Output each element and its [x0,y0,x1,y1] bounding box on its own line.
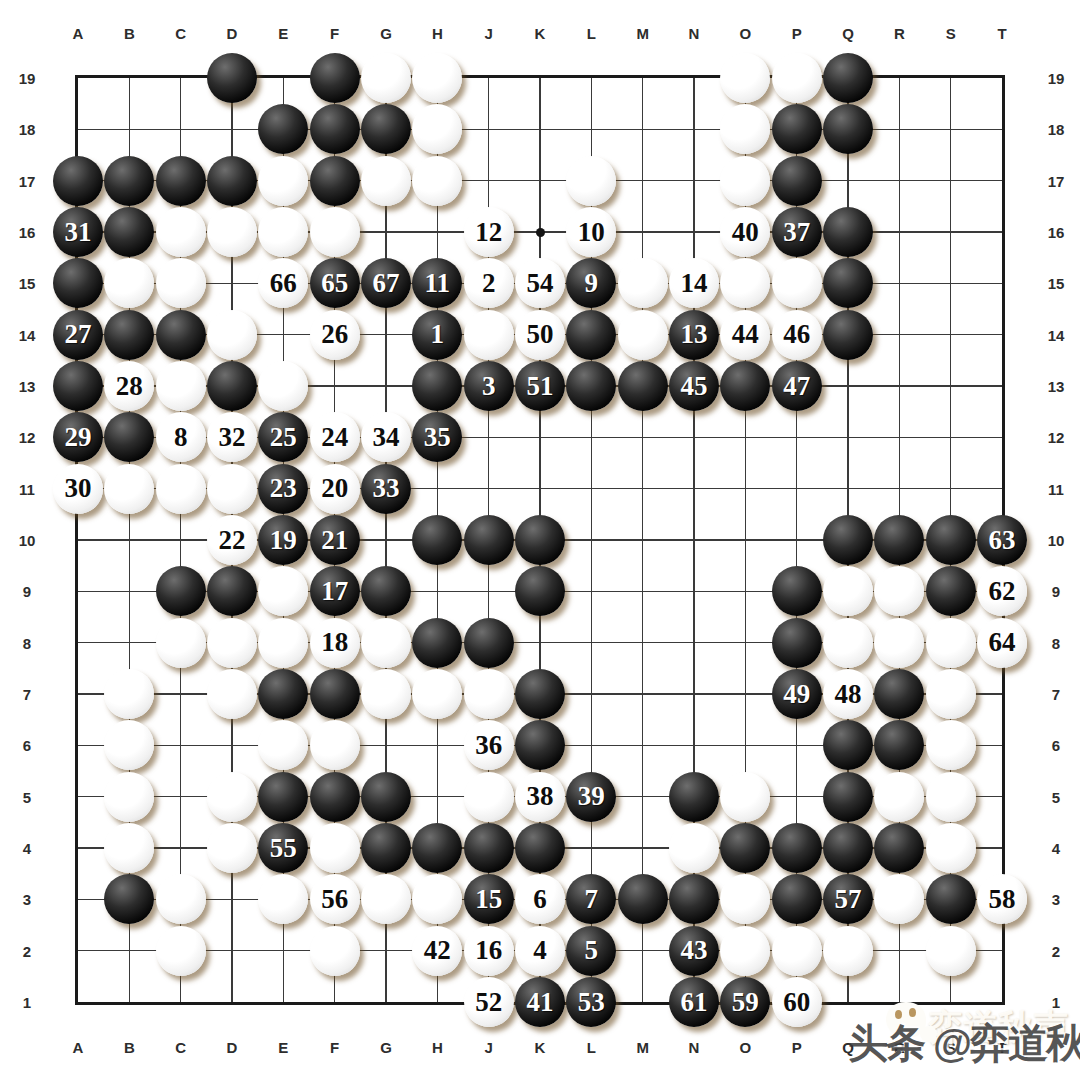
move-number: 57 [835,886,862,913]
coord-label-right-8: 8 [1052,634,1060,651]
move-number: 26 [321,321,348,348]
white-stone-B4 [104,823,154,873]
white-stone-K5: 38 [515,772,565,822]
white-stone-B13: 28 [104,361,154,411]
black-stone-C17 [156,156,206,206]
move-number: 54 [527,270,554,297]
move-number: 4 [533,937,547,964]
white-stone-D10: 22 [207,515,257,565]
black-stone-D19 [207,53,257,103]
white-stone-O19 [720,53,770,103]
white-stone-J15: 2 [464,258,514,308]
go-diagram-page: AABBCCDDEEFFGGHHJJKKLLMMNNOOPPQQRRSSTT19… [0,0,1080,1080]
coord-label-right-17: 17 [1048,172,1065,189]
coord-label-left-12: 12 [19,429,36,446]
white-stone-G12: 34 [361,412,411,462]
coord-label-bottom-N: N [689,1039,700,1056]
coord-label-bottom-B: B [124,1039,135,1056]
move-number: 39 [578,783,605,810]
move-number: 64 [989,629,1016,656]
black-stone-K1: 41 [515,977,565,1027]
white-stone-D16 [207,207,257,257]
white-stone-C11 [156,464,206,514]
white-stone-H17 [412,156,462,206]
coord-label-left-13: 13 [19,378,36,395]
black-stone-P18 [772,104,822,154]
white-stone-S5 [926,772,976,822]
move-number: 66 [270,270,297,297]
white-stone-Q9 [823,566,873,616]
white-stone-K3: 6 [515,874,565,924]
coord-label-top-K: K [535,25,546,42]
move-number: 29 [65,424,92,451]
coord-label-bottom-G: G [380,1039,392,1056]
move-number: 55 [270,835,297,862]
coord-label-left-4: 4 [23,840,31,857]
move-number: 48 [835,681,862,708]
coord-label-right-10: 10 [1048,532,1065,549]
black-stone-G15: 67 [361,258,411,308]
black-stone-C14 [156,310,206,360]
coord-label-bottom-O: O [739,1039,751,1056]
move-number: 41 [527,989,554,1016]
white-stone-S7 [926,669,976,719]
black-stone-F5 [310,772,360,822]
black-stone-K7 [515,669,565,719]
black-stone-Q15 [823,258,873,308]
move-number: 5 [585,937,599,964]
white-stone-E16 [258,207,308,257]
white-stone-E17 [258,156,308,206]
move-number: 23 [270,475,297,502]
black-stone-R4 [874,823,924,873]
white-stone-Q8 [823,618,873,668]
black-stone-K10 [515,515,565,565]
black-stone-J4 [464,823,514,873]
coord-label-right-7: 7 [1052,686,1060,703]
black-stone-Q4 [823,823,873,873]
move-number: 12 [475,219,502,246]
coord-label-top-H: H [432,25,443,42]
black-stone-T10: 63 [977,515,1027,565]
black-stone-E4: 55 [258,823,308,873]
black-stone-N13: 45 [669,361,719,411]
white-stone-J14 [464,310,514,360]
move-number: 63 [989,527,1016,554]
black-stone-F19 [310,53,360,103]
black-stone-K4 [515,823,565,873]
black-stone-F17 [310,156,360,206]
black-stone-O4 [720,823,770,873]
coord-label-top-J: J [484,25,492,42]
white-stone-S8 [926,618,976,668]
coord-label-top-T: T [997,25,1006,42]
white-stone-E13 [258,361,308,411]
black-stone-N1: 61 [669,977,719,1027]
coord-label-left-7: 7 [23,686,31,703]
white-stone-F4 [310,823,360,873]
coord-label-right-4: 4 [1052,840,1060,857]
coord-label-bottom-E: E [278,1039,288,1056]
black-stone-F15: 65 [310,258,360,308]
white-stone-T3: 58 [977,874,1027,924]
move-number: 50 [527,321,554,348]
white-stone-J2: 16 [464,926,514,976]
white-stone-M14 [618,310,668,360]
black-stone-J8 [464,618,514,668]
move-number: 10 [578,219,605,246]
black-stone-B14 [104,310,154,360]
white-stone-N4 [669,823,719,873]
black-stone-S10 [926,515,976,565]
coord-label-right-11: 11 [1048,480,1064,497]
watermark-text: 头条 @弈道秋声 [848,1016,1080,1071]
black-stone-L2: 5 [566,926,616,976]
black-stone-S9 [926,566,976,616]
black-stone-Q6 [823,720,873,770]
black-stone-J10 [464,515,514,565]
black-stone-E11: 23 [258,464,308,514]
move-number: 9 [585,270,599,297]
white-stone-T9: 62 [977,566,1027,616]
black-stone-B16 [104,207,154,257]
coord-label-top-D: D [227,25,238,42]
coord-label-right-12: 12 [1048,429,1065,446]
black-stone-L1: 53 [566,977,616,1027]
move-number: 46 [783,321,810,348]
move-number: 36 [475,732,502,759]
black-stone-L13 [566,361,616,411]
black-stone-A12: 29 [53,412,103,462]
black-stone-P13: 47 [772,361,822,411]
black-stone-K6 [515,720,565,770]
white-stone-P1: 60 [772,977,822,1027]
black-stone-O13 [720,361,770,411]
black-stone-H8 [412,618,462,668]
move-number: 44 [732,321,759,348]
black-stone-Q18 [823,104,873,154]
white-stone-F2 [310,926,360,976]
white-stone-G7 [361,669,411,719]
black-stone-R7 [874,669,924,719]
black-stone-Q14 [823,310,873,360]
white-stone-Q7: 48 [823,669,873,719]
move-number: 61 [681,989,708,1016]
black-stone-F18 [310,104,360,154]
coord-label-left-10: 10 [19,532,36,549]
coord-label-top-S: S [946,25,956,42]
move-number: 49 [783,681,810,708]
black-stone-E10: 19 [258,515,308,565]
coord-label-bottom-H: H [432,1039,443,1056]
move-number: 15 [475,886,502,913]
coord-label-left-19: 19 [19,70,36,87]
coord-label-top-M: M [636,25,649,42]
coord-label-bottom-M: M [636,1039,649,1056]
move-number: 67 [373,270,400,297]
coord-label-bottom-K: K [535,1039,546,1056]
black-stone-N2: 43 [669,926,719,976]
white-stone-F11: 20 [310,464,360,514]
coord-label-top-A: A [73,25,84,42]
white-stone-C16 [156,207,206,257]
white-stone-C8 [156,618,206,668]
white-stone-O17 [720,156,770,206]
black-stone-G4 [361,823,411,873]
move-number: 27 [65,321,92,348]
coord-label-left-2: 2 [23,942,31,959]
coord-label-bottom-C: C [175,1039,186,1056]
black-stone-N14: 13 [669,310,719,360]
move-number: 56 [321,886,348,913]
white-stone-C13 [156,361,206,411]
move-number: 33 [373,475,400,502]
white-stone-C2 [156,926,206,976]
move-number: 24 [321,424,348,451]
black-stone-D9 [207,566,257,616]
black-stone-M3 [618,874,668,924]
white-stone-G3 [361,874,411,924]
move-number: 52 [475,989,502,1016]
black-stone-G5 [361,772,411,822]
move-number: 14 [681,270,708,297]
black-stone-H4 [412,823,462,873]
white-stone-L16: 10 [566,207,616,257]
white-stone-R8 [874,618,924,668]
move-number: 51 [527,373,554,400]
coord-label-left-5: 5 [23,788,31,805]
coord-label-left-9: 9 [23,583,31,600]
white-stone-S2 [926,926,976,976]
coord-label-top-C: C [175,25,186,42]
black-stone-D13 [207,361,257,411]
black-stone-G11: 33 [361,464,411,514]
white-stone-D14 [207,310,257,360]
move-number: 25 [270,424,297,451]
black-stone-A16: 31 [53,207,103,257]
black-stone-A17 [53,156,103,206]
move-number: 38 [527,783,554,810]
white-stone-P14: 46 [772,310,822,360]
move-number: 37 [783,219,810,246]
watermark: 弈道秋声 头条 @弈道秋声 [840,982,1080,1080]
white-stone-G8 [361,618,411,668]
coord-label-left-3: 3 [23,891,31,908]
white-stone-S4 [926,823,976,873]
move-number: 13 [681,321,708,348]
white-stone-J1: 52 [464,977,514,1027]
move-number: 11 [425,270,451,297]
white-stone-N15: 14 [669,258,719,308]
white-stone-B7 [104,669,154,719]
move-number: 60 [783,989,810,1016]
white-stone-D8 [207,618,257,668]
coord-label-top-Q: Q [842,25,854,42]
black-stone-E5 [258,772,308,822]
white-stone-O14: 44 [720,310,770,360]
black-stone-H14: 1 [412,310,462,360]
black-stone-F7 [310,669,360,719]
black-stone-P3 [772,874,822,924]
black-stone-A15 [53,258,103,308]
move-number: 40 [732,219,759,246]
white-stone-C15 [156,258,206,308]
coord-label-top-N: N [689,25,700,42]
move-number: 62 [989,578,1016,605]
black-stone-G9 [361,566,411,616]
coord-label-left-15: 15 [19,275,36,292]
white-stone-P19 [772,53,822,103]
black-stone-P9 [772,566,822,616]
coord-label-top-P: P [792,25,802,42]
move-number: 7 [585,886,599,913]
black-stone-F9: 17 [310,566,360,616]
white-stone-O2 [720,926,770,976]
white-stone-Q2 [823,926,873,976]
move-number: 30 [65,475,92,502]
move-number: 53 [578,989,605,1016]
coord-label-right-14: 14 [1048,326,1065,343]
coord-label-left-18: 18 [19,121,36,138]
white-stone-L17 [566,156,616,206]
black-stone-P7: 49 [772,669,822,719]
white-stone-D4 [207,823,257,873]
move-number: 21 [321,527,348,554]
white-stone-K14: 50 [515,310,565,360]
move-number: 19 [270,527,297,554]
black-stone-B17 [104,156,154,206]
white-stone-J7 [464,669,514,719]
move-number: 6 [533,886,547,913]
black-stone-Q3: 57 [823,874,873,924]
white-stone-C12: 8 [156,412,206,462]
move-number: 34 [373,424,400,451]
move-number: 1 [431,321,445,348]
black-stone-P4 [772,823,822,873]
white-stone-J6: 36 [464,720,514,770]
coord-label-top-L: L [587,25,596,42]
white-stone-C3 [156,874,206,924]
white-stone-J5 [464,772,514,822]
black-stone-R10 [874,515,924,565]
white-stone-F3: 56 [310,874,360,924]
black-stone-G18 [361,104,411,154]
white-stone-R5 [874,772,924,822]
white-stone-O16: 40 [720,207,770,257]
black-stone-K9 [515,566,565,616]
coord-label-right-9: 9 [1052,583,1060,600]
coord-label-right-19: 19 [1048,70,1065,87]
white-stone-T8: 64 [977,618,1027,668]
white-stone-O5 [720,772,770,822]
coord-label-right-5: 5 [1052,788,1060,805]
black-stone-H10 [412,515,462,565]
coord-label-left-14: 14 [19,326,36,343]
move-number: 18 [321,629,348,656]
move-number: 16 [475,937,502,964]
white-stone-F8: 18 [310,618,360,668]
black-stone-H13 [412,361,462,411]
white-stone-K15: 54 [515,258,565,308]
white-stone-J16: 12 [464,207,514,257]
white-stone-F6 [310,720,360,770]
black-stone-Q16 [823,207,873,257]
move-number: 35 [424,424,451,451]
white-stone-D7 [207,669,257,719]
white-stone-H7 [412,669,462,719]
coord-label-bottom-J: J [484,1039,492,1056]
black-stone-Q5 [823,772,873,822]
coord-label-right-18: 18 [1048,121,1065,138]
coord-label-right-15: 15 [1048,275,1065,292]
white-stone-H2: 42 [412,926,462,976]
coord-label-right-13: 13 [1048,378,1065,395]
black-stone-N5 [669,772,719,822]
white-stone-G19 [361,53,411,103]
coord-label-left-8: 8 [23,634,31,651]
coord-label-top-E: E [278,25,288,42]
white-stone-F16 [310,207,360,257]
move-number: 45 [681,373,708,400]
coord-label-bottom-D: D [227,1039,238,1056]
coord-label-top-F: F [330,25,339,42]
coord-label-top-O: O [739,25,751,42]
white-stone-D11 [207,464,257,514]
black-stone-A14: 27 [53,310,103,360]
white-stone-D12: 32 [207,412,257,462]
white-stone-G17 [361,156,411,206]
coord-label-left-16: 16 [19,224,36,241]
coord-label-top-G: G [380,25,392,42]
grid-line-vertical [642,78,644,1002]
white-stone-F14: 26 [310,310,360,360]
black-stone-P16: 37 [772,207,822,257]
black-stone-N3 [669,874,719,924]
white-stone-K2: 4 [515,926,565,976]
move-number: 20 [321,475,348,502]
move-number: 17 [321,578,348,605]
move-number: 65 [321,270,348,297]
white-stone-E8 [258,618,308,668]
coord-label-left-17: 17 [19,172,36,189]
black-stone-A13 [53,361,103,411]
black-stone-E7 [258,669,308,719]
move-number: 28 [116,373,143,400]
black-stone-M13 [618,361,668,411]
black-stone-Q10 [823,515,873,565]
black-stone-P8 [772,618,822,668]
black-stone-L14 [566,310,616,360]
move-number: 47 [783,373,810,400]
coord-label-bottom-L: L [587,1039,596,1056]
black-stone-P17 [772,156,822,206]
move-number: 8 [174,424,188,451]
move-number: 2 [482,270,496,297]
star-point-K16 [536,228,545,237]
black-stone-Q19 [823,53,873,103]
white-stone-D5 [207,772,257,822]
coord-label-bottom-A: A [73,1039,84,1056]
white-stone-S6 [926,720,976,770]
coord-label-right-3: 3 [1052,891,1060,908]
move-number: 42 [424,937,451,964]
coord-label-left-1: 1 [23,994,31,1011]
white-stone-M15 [618,258,668,308]
black-stone-J3: 15 [464,874,514,924]
coord-label-right-6: 6 [1052,737,1060,754]
coord-label-right-2: 2 [1052,942,1060,959]
black-stone-F10: 21 [310,515,360,565]
